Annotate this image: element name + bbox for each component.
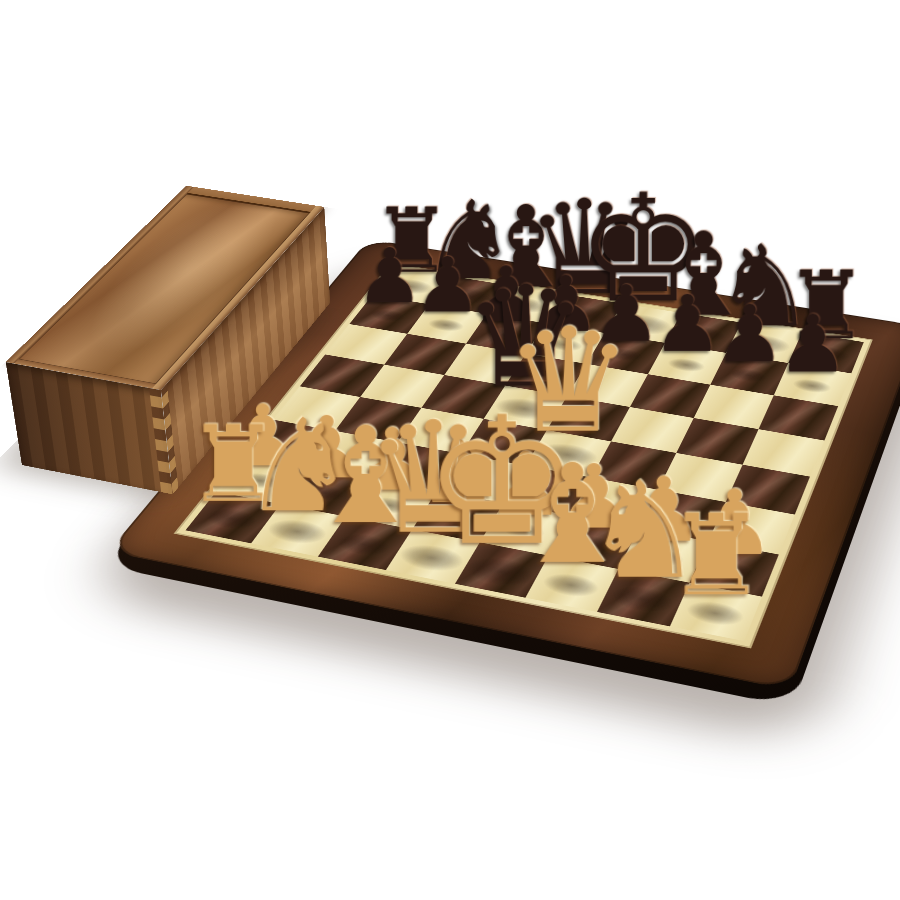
piece-white-rook-h1[interactable]: ♜	[666, 499, 766, 611]
chess-set-photo: ♜♞♝♛♚♝♞♜♟♟♟♟♟♟♟♟♛♛♟♟♟♟♟♟♟♟♜♞♝♛♚♝♞♜ Woode…	[0, 0, 900, 900]
table-plane: ♜♞♝♛♚♝♞♜♟♟♟♟♟♟♟♟♛♛♟♟♟♟♟♟♟♟♜♞♝♛♚♝♞♜	[0, 162, 900, 789]
